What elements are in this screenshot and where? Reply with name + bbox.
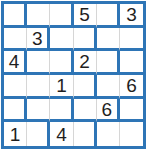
cell-r1c4[interactable]: 5 — [74, 4, 97, 28]
cell-r2c6[interactable] — [120, 28, 143, 52]
cell-r1c3[interactable] — [50, 4, 73, 28]
cell-r3c3[interactable] — [50, 51, 73, 75]
cell-r1c6[interactable]: 3 — [120, 4, 143, 28]
cell-r1c5[interactable] — [97, 4, 120, 28]
cell-r3c6[interactable] — [120, 51, 143, 75]
cell-r2c1[interactable] — [4, 28, 27, 52]
cell-r4c4[interactable] — [74, 75, 97, 99]
cell-r1c1[interactable] — [4, 4, 27, 28]
cell-r2c4[interactable] — [74, 28, 97, 52]
cell-r3c2[interactable] — [27, 51, 50, 75]
cell-r5c3[interactable] — [50, 99, 73, 123]
cell-r6c5[interactable] — [97, 122, 120, 146]
cell-r6c6[interactable] — [120, 122, 143, 146]
cell-r4c5[interactable] — [97, 75, 120, 99]
cell-r4c3[interactable]: 1 — [50, 75, 73, 99]
cell-r3c1[interactable]: 4 — [4, 51, 27, 75]
sudoku-board: 5334216614 — [1, 1, 146, 149]
cell-r5c4[interactable] — [74, 99, 97, 123]
cell-r5c6[interactable] — [120, 99, 143, 123]
cell-r3c5[interactable] — [97, 51, 120, 75]
cell-r4c6[interactable]: 6 — [120, 75, 143, 99]
cell-r2c3[interactable] — [50, 28, 73, 52]
cell-r5c2[interactable] — [27, 99, 50, 123]
cell-r4c1[interactable] — [4, 75, 27, 99]
cell-r3c4[interactable]: 2 — [74, 51, 97, 75]
cell-r2c5[interactable] — [97, 28, 120, 52]
cell-r5c1[interactable] — [4, 99, 27, 123]
cell-r6c4[interactable] — [74, 122, 97, 146]
cell-r1c2[interactable] — [27, 4, 50, 28]
cell-r6c3[interactable]: 4 — [50, 122, 73, 146]
cell-r6c1[interactable]: 1 — [4, 122, 27, 146]
cell-r2c2[interactable]: 3 — [27, 28, 50, 52]
cell-r6c2[interactable] — [27, 122, 50, 146]
cell-r4c2[interactable] — [27, 75, 50, 99]
cell-r5c5[interactable]: 6 — [97, 99, 120, 123]
